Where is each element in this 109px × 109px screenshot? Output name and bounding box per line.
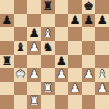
piece-black-king[interactable]: ♚ [83,1,93,13]
square-g5[interactable] [82,41,96,55]
piece-white-pawn[interactable]: ♟ [70,82,80,94]
piece-white-rook[interactable]: ♜ [43,82,53,94]
square-g8[interactable]: ♚ [82,0,96,14]
square-h8[interactable] [95,0,109,14]
piece-black-pawn[interactable]: ♟ [70,14,80,26]
square-e8[interactable] [55,0,69,14]
square-h1[interactable] [95,95,109,109]
square-e1[interactable] [55,95,69,109]
square-e7[interactable] [55,14,69,28]
square-h6[interactable] [95,27,109,41]
square-g3[interactable]: ♟ [82,68,96,82]
square-b4[interactable] [14,55,28,69]
chess-board: ♜♚♟♟♟♟♟♝♝♟♞♜♟♚♟♟♟♝♜♟♟♜ [0,0,109,109]
square-c3[interactable]: ♟ [27,68,41,82]
square-e6[interactable] [55,27,69,41]
square-h5[interactable] [95,41,109,55]
piece-black-knight[interactable]: ♞ [43,41,53,53]
piece-black-pawn[interactable]: ♟ [56,55,66,67]
piece-white-pawn[interactable]: ♟ [29,41,39,53]
square-h7[interactable]: ♟ [95,14,109,28]
square-c1[interactable]: ♜ [27,95,41,109]
square-b8[interactable] [14,0,28,14]
square-b5[interactable]: ♝ [14,41,28,55]
square-f2[interactable]: ♟ [68,82,82,96]
square-g1[interactable] [82,95,96,109]
piece-black-rook[interactable]: ♜ [43,1,53,13]
square-f4[interactable] [68,55,82,69]
square-h4[interactable] [95,55,109,69]
square-a5[interactable] [0,41,14,55]
square-d5[interactable]: ♞ [41,41,55,55]
square-b1[interactable] [14,95,28,109]
square-f1[interactable] [68,95,82,109]
square-c7[interactable] [27,14,41,28]
square-a7[interactable]: ♟ [0,14,14,28]
square-g6[interactable] [82,27,96,41]
square-a6[interactable] [0,27,14,41]
square-g2[interactable] [82,82,96,96]
piece-black-rook[interactable]: ♜ [2,55,12,67]
square-h3[interactable]: ♝ [95,68,109,82]
square-c6[interactable]: ♟ [27,27,41,41]
piece-black-pawn[interactable]: ♟ [83,14,93,26]
piece-white-rook[interactable]: ♜ [29,96,39,108]
square-b3[interactable]: ♚ [14,68,28,82]
piece-black-pawn[interactable]: ♟ [2,14,12,26]
square-d6[interactable]: ♝ [41,27,55,41]
square-d1[interactable] [41,95,55,109]
square-f6[interactable] [68,27,82,41]
square-b2[interactable] [14,82,28,96]
square-a4[interactable]: ♜ [0,55,14,69]
square-d7[interactable] [41,14,55,28]
square-e5[interactable] [55,41,69,55]
piece-black-pawn[interactable]: ♟ [97,14,107,26]
square-a1[interactable] [0,95,14,109]
square-a3[interactable] [0,68,14,82]
piece-white-pawn[interactable]: ♟ [97,82,107,94]
square-f3[interactable] [68,68,82,82]
square-c4[interactable] [27,55,41,69]
piece-white-king[interactable]: ♚ [15,69,25,81]
piece-white-pawn[interactable]: ♟ [56,69,66,81]
square-h2[interactable]: ♟ [95,82,109,96]
square-f8[interactable] [68,0,82,14]
piece-white-bishop[interactable]: ♝ [43,28,53,40]
square-d8[interactable]: ♜ [41,0,55,14]
piece-white-pawn[interactable]: ♟ [83,69,93,81]
square-a8[interactable] [0,0,14,14]
square-d2[interactable]: ♜ [41,82,55,96]
square-e3[interactable]: ♟ [55,68,69,82]
square-c8[interactable] [27,0,41,14]
square-e4[interactable]: ♟ [55,55,69,69]
square-c2[interactable] [27,82,41,96]
square-e2[interactable] [55,82,69,96]
piece-black-pawn[interactable]: ♟ [29,28,39,40]
square-g7[interactable]: ♟ [82,14,96,28]
square-d3[interactable] [41,68,55,82]
square-g4[interactable] [82,55,96,69]
square-f7[interactable]: ♟ [68,14,82,28]
square-a2[interactable] [0,82,14,96]
piece-black-bishop[interactable]: ♝ [15,41,25,53]
square-d4[interactable] [41,55,55,69]
square-b6[interactable] [14,27,28,41]
square-b7[interactable] [14,14,28,28]
piece-white-bishop[interactable]: ♝ [97,69,107,81]
piece-white-pawn[interactable]: ♟ [29,69,39,81]
square-f5[interactable] [68,41,82,55]
square-c5[interactable]: ♟ [27,41,41,55]
